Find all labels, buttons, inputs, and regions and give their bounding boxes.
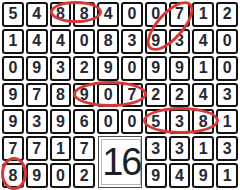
grid-cell-r5c9[interactable]: 8 [192,109,214,134]
grid-cell-r2c6[interactable]: 3 [121,29,143,54]
grid-cell-r3c2[interactable]: 9 [26,56,48,81]
grid-cell-r7c2[interactable]: 9 [26,163,48,188]
grid-cell-r1c10[interactable]: 2 [216,2,238,27]
grid-cell-r6c1[interactable]: 7 [2,136,24,161]
grid-cell-r7c7[interactable]: 9 [145,163,167,188]
grid-cell-r3c1[interactable]: 0 [2,56,24,81]
grid-cell-r5c2[interactable]: 3 [26,109,48,134]
grid-cell-r1c1[interactable]: 5 [2,2,24,27]
grid-cell-r2c7[interactable]: 9 [145,29,167,54]
grid-cell-r7c9[interactable]: 9 [192,163,214,188]
grid-cell-r4c3[interactable]: 8 [50,83,72,108]
grid-cell-r1c4[interactable]: 8 [73,2,95,27]
grid-cell-r3c6[interactable]: 0 [121,56,143,81]
grid-cell-r4c10[interactable]: 3 [216,83,238,108]
grid-cell-r3c4[interactable]: 2 [73,56,95,81]
grid-cell-r4c2[interactable]: 7 [26,83,48,108]
grid-cell-r2c10[interactable]: 0 [216,29,238,54]
grid-cell-r6c9[interactable]: 1 [192,136,214,161]
grid-cell-r7c10[interactable]: 1 [216,163,238,188]
target-sum-box: 16 [98,136,142,188]
grid-cell-r4c1[interactable]: 9 [2,83,24,108]
grid-cell-r3c5[interactable]: 9 [97,56,119,81]
grid-cell-r3c7[interactable]: 9 [145,56,167,81]
grid-cell-r4c7[interactable]: 2 [145,83,167,108]
grid-cell-r2c2[interactable]: 4 [26,29,48,54]
grid-cell-r3c3[interactable]: 3 [50,56,72,81]
grid-cell-r2c5[interactable]: 8 [97,29,119,54]
grid-cell-r6c7[interactable]: 3 [145,136,167,161]
grid-cell-r6c2[interactable]: 7 [26,136,48,161]
grid-cell-r2c4[interactable]: 0 [73,29,95,54]
grid-cell-r7c8[interactable]: 4 [169,163,191,188]
grid-cell-r6c4[interactable]: 7 [73,136,95,161]
grid-cell-r4c6[interactable]: 7 [121,83,143,108]
grid-cell-r6c3[interactable]: 1 [50,136,72,161]
grid-cell-r5c1[interactable]: 9 [2,109,24,134]
grid-cell-r1c7[interactable]: 0 [145,2,167,27]
grid-cell-r2c1[interactable]: 1 [2,29,24,54]
grid-cell-r1c6[interactable]: 0 [121,2,143,27]
target-sum-label: 16 [101,139,141,185]
grid-cell-r2c8[interactable]: 3 [169,29,191,54]
grid-cell-r1c5[interactable]: 4 [97,2,119,27]
grid-cell-r5c3[interactable]: 9 [50,109,72,134]
grid-cell-r1c2[interactable]: 4 [26,2,48,27]
grid-cell-r7c1[interactable]: 8 [2,163,24,188]
grid-cell-r4c4[interactable]: 9 [73,83,95,108]
grid-cell-r1c3[interactable]: 8 [50,2,72,27]
grid-cell-r4c9[interactable]: 4 [192,83,214,108]
grid-cell-r2c3[interactable]: 4 [50,29,72,54]
grid-cell-r4c5[interactable]: 0 [97,83,119,108]
grid-cell-r5c8[interactable]: 3 [169,109,191,134]
grid-cell-r5c4[interactable]: 6 [73,109,95,134]
grid-cell-r3c9[interactable]: 1 [192,56,214,81]
grid-cell-r7c4[interactable]: 2 [73,163,95,188]
grid-cell-r1c9[interactable]: 1 [192,2,214,27]
grid-cell-r3c10[interactable]: 0 [216,56,238,81]
grid-cell-r5c6[interactable]: 0 [121,109,143,134]
grid-cell-r5c5[interactable]: 0 [97,109,119,134]
grid-cell-r5c7[interactable]: 5 [145,109,167,134]
grid-cell-r2c9[interactable]: 4 [192,29,214,54]
grid-cell-r7c3[interactable]: 0 [50,163,72,188]
grid-cell-r6c8[interactable]: 3 [169,136,191,161]
grid-cell-r4c8[interactable]: 2 [169,83,191,108]
grid-cell-r5c10[interactable]: 1 [216,109,238,134]
grid-cell-r3c8[interactable]: 9 [169,56,191,81]
puzzle-board: 16 5488400712144083934009329099109789072… [0,0,240,190]
grid-cell-r6c10[interactable]: 3 [216,136,238,161]
grid-cell-r1c8[interactable]: 7 [169,2,191,27]
